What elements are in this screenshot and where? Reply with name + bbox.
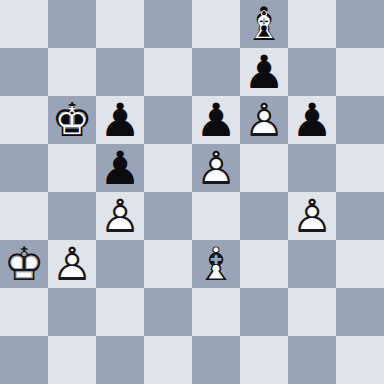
- square-c2[interactable]: [96, 288, 144, 336]
- square-b4[interactable]: [48, 192, 96, 240]
- square-g5[interactable]: [288, 144, 336, 192]
- square-c3[interactable]: [96, 240, 144, 288]
- square-g1[interactable]: [288, 336, 336, 384]
- square-c6[interactable]: ♟: [96, 96, 144, 144]
- black-bishop-glyph: ♝: [240, 0, 288, 48]
- square-b8[interactable]: [48, 0, 96, 48]
- square-g4[interactable]: ♟♙: [288, 192, 336, 240]
- black-pawn[interactable]: ♟: [96, 96, 144, 144]
- square-h2[interactable]: [336, 288, 384, 336]
- black-bishop[interactable]: ♝♗: [240, 0, 288, 48]
- white-pawn-detail: ♙: [288, 192, 336, 240]
- white-pawn-glyph: ♟: [192, 144, 240, 192]
- square-f6[interactable]: ♟♙: [240, 96, 288, 144]
- square-b5[interactable]: [48, 144, 96, 192]
- square-h5[interactable]: [336, 144, 384, 192]
- black-king-detail: ♔: [52, 101, 91, 140]
- square-a6[interactable]: [0, 96, 48, 144]
- black-pawn[interactable]: ♟: [192, 96, 240, 144]
- square-a7[interactable]: [0, 48, 48, 96]
- white-bishop[interactable]: ♝♗: [192, 240, 240, 288]
- square-f3[interactable]: [240, 240, 288, 288]
- white-pawn-glyph: ♟: [288, 192, 336, 240]
- square-c4[interactable]: ♟♙: [96, 192, 144, 240]
- white-king-glyph: ♚: [0, 240, 48, 288]
- square-f2[interactable]: [240, 288, 288, 336]
- square-e1[interactable]: [192, 336, 240, 384]
- white-pawn-detail: ♙: [96, 192, 144, 240]
- white-pawn[interactable]: ♟♙: [96, 192, 144, 240]
- square-g3[interactable]: [288, 240, 336, 288]
- white-pawn-glyph: ♟: [240, 96, 288, 144]
- white-king-detail: ♔: [0, 240, 48, 288]
- square-d5[interactable]: [144, 144, 192, 192]
- square-d2[interactable]: [144, 288, 192, 336]
- square-a5[interactable]: [0, 144, 48, 192]
- square-c7[interactable]: [96, 48, 144, 96]
- white-bishop-detail: ♗: [192, 240, 240, 288]
- square-g7[interactable]: [288, 48, 336, 96]
- square-h1[interactable]: [336, 336, 384, 384]
- square-a8[interactable]: [0, 0, 48, 48]
- square-f7[interactable]: ♟: [240, 48, 288, 96]
- square-h3[interactable]: [336, 240, 384, 288]
- black-pawn-glyph: ♟: [240, 48, 288, 96]
- square-f8[interactable]: ♝♗: [240, 0, 288, 48]
- square-f1[interactable]: [240, 336, 288, 384]
- black-pawn-glyph: ♟: [96, 144, 144, 192]
- square-d6[interactable]: [144, 96, 192, 144]
- white-pawn[interactable]: ♟♙: [288, 192, 336, 240]
- square-f5[interactable]: [240, 144, 288, 192]
- white-pawn-detail: ♙: [48, 240, 96, 288]
- black-king[interactable]: ♚♔: [48, 96, 96, 144]
- black-pawn[interactable]: ♟: [240, 48, 288, 96]
- black-king-glyph: ♚: [48, 96, 96, 144]
- square-g2[interactable]: [288, 288, 336, 336]
- square-a3[interactable]: ♚♔: [0, 240, 48, 288]
- square-a4[interactable]: [0, 192, 48, 240]
- square-d1[interactable]: [144, 336, 192, 384]
- square-g6[interactable]: ♟: [288, 96, 336, 144]
- white-pawn[interactable]: ♟♙: [48, 240, 96, 288]
- square-d7[interactable]: [144, 48, 192, 96]
- white-king[interactable]: ♚♔: [0, 240, 48, 288]
- square-d8[interactable]: [144, 0, 192, 48]
- square-e3[interactable]: ♝♗: [192, 240, 240, 288]
- white-bishop-glyph: ♝: [192, 240, 240, 288]
- black-pawn-glyph: ♟: [288, 96, 336, 144]
- square-g8[interactable]: [288, 0, 336, 48]
- square-h8[interactable]: [336, 0, 384, 48]
- square-b2[interactable]: [48, 288, 96, 336]
- square-e2[interactable]: [192, 288, 240, 336]
- black-pawn-glyph: ♟: [96, 96, 144, 144]
- square-e8[interactable]: [192, 0, 240, 48]
- square-e4[interactable]: [192, 192, 240, 240]
- square-d4[interactable]: [144, 192, 192, 240]
- white-pawn-glyph: ♟: [48, 240, 96, 288]
- white-pawn-detail: ♙: [192, 144, 240, 192]
- square-e6[interactable]: ♟: [192, 96, 240, 144]
- square-h7[interactable]: [336, 48, 384, 96]
- black-bishop-detail: ♗: [244, 5, 283, 44]
- square-b7[interactable]: [48, 48, 96, 96]
- white-pawn-glyph: ♟: [96, 192, 144, 240]
- square-d3[interactable]: [144, 240, 192, 288]
- square-c1[interactable]: [96, 336, 144, 384]
- square-b1[interactable]: [48, 336, 96, 384]
- black-pawn[interactable]: ♟: [96, 144, 144, 192]
- square-b6[interactable]: ♚♔: [48, 96, 96, 144]
- square-h6[interactable]: [336, 96, 384, 144]
- square-a1[interactable]: [0, 336, 48, 384]
- black-pawn-glyph: ♟: [192, 96, 240, 144]
- square-h4[interactable]: [336, 192, 384, 240]
- square-e5[interactable]: ♟♙: [192, 144, 240, 192]
- white-pawn-detail: ♙: [240, 96, 288, 144]
- white-pawn[interactable]: ♟♙: [192, 144, 240, 192]
- square-f4[interactable]: [240, 192, 288, 240]
- white-pawn[interactable]: ♟♙: [240, 96, 288, 144]
- black-pawn[interactable]: ♟: [288, 96, 336, 144]
- square-b3[interactable]: ♟♙: [48, 240, 96, 288]
- square-c5[interactable]: ♟: [96, 144, 144, 192]
- square-a2[interactable]: [0, 288, 48, 336]
- chess-board: ♝♗♟♚♔♟♟♟♙♟♟♟♙♟♙♟♙♚♔♟♙♝♗: [0, 0, 384, 384]
- square-e7[interactable]: [192, 48, 240, 96]
- square-c8[interactable]: [96, 0, 144, 48]
